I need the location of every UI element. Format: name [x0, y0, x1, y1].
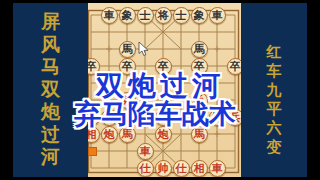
- piece-red-advisor[interactable]: 仕: [173, 160, 190, 177]
- piece-black-chariot[interactable]: 車: [209, 7, 226, 24]
- piece-black-advisor[interactable]: 士: [173, 7, 190, 24]
- piece-red-elephant[interactable]: 相: [191, 160, 208, 177]
- piece-black-horse[interactable]: 馬: [119, 41, 136, 58]
- mouse-cursor-icon: [138, 42, 150, 57]
- video-thumbnail: 車象士将士象車馬馬卒卒卒卒卒兵兵兵炮兵炮兵相炮馬炮馬車仕帅仕相車 屏风马双炮过河…: [0, 0, 320, 180]
- piece-black-elephant[interactable]: 象: [191, 7, 208, 24]
- letterbox-bar-top: [0, 0, 320, 3]
- piece-black-elephant[interactable]: 象: [119, 7, 136, 24]
- letterbox-bar-bottom: [0, 177, 320, 180]
- overlay-title-line2: 弃马陷车战术: [0, 96, 315, 132]
- piece-black-advisor[interactable]: 士: [137, 7, 154, 24]
- piece-red-advisor[interactable]: 仕: [137, 160, 154, 177]
- banner-char: 河: [41, 144, 60, 170]
- piece-red-king[interactable]: 帅: [155, 160, 172, 177]
- piece-black-chariot[interactable]: 車: [101, 7, 118, 24]
- piece-red-chariot[interactable]: 車: [137, 143, 154, 160]
- piece-black-king[interactable]: 将: [155, 7, 172, 24]
- piece-red-chariot[interactable]: 車: [209, 160, 226, 177]
- banner-char: 红: [267, 43, 282, 62]
- piece-black-horse[interactable]: 馬: [191, 41, 208, 58]
- last-move-marker: [88, 147, 97, 156]
- banner-char: 变: [267, 138, 282, 157]
